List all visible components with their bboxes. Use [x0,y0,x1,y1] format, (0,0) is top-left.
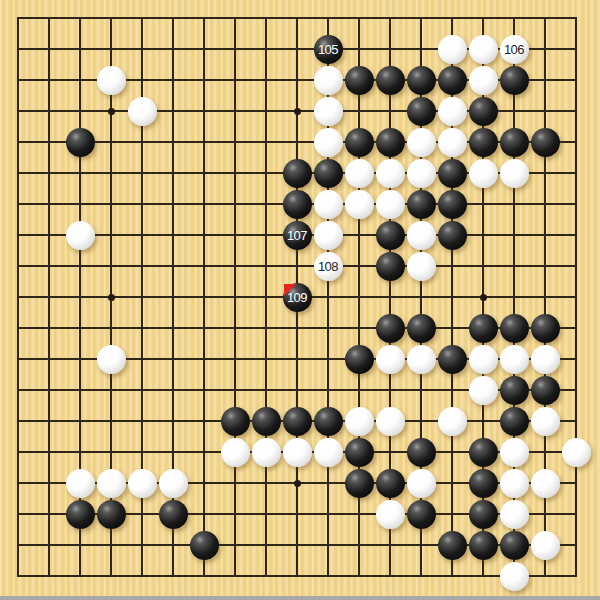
white-stone [252,438,281,467]
star-point [108,108,115,115]
black-stone [469,128,498,157]
white-stone [500,469,529,498]
white-stone [531,531,560,560]
white-stone [97,345,126,374]
black-stone [500,66,529,95]
white-stone [66,221,95,250]
white-stone [345,407,374,436]
white-stone [314,190,343,219]
black-stone [376,314,405,343]
white-stone [531,469,560,498]
white-stone [469,35,498,64]
move-number-label: 107 [287,229,307,242]
white-stone [438,407,467,436]
black-stone: 107 [283,221,312,250]
black-stone [97,500,126,529]
black-stone [407,314,436,343]
white-stone [438,35,467,64]
black-stone [438,221,467,250]
black-stone [283,190,312,219]
black-stone [66,500,95,529]
black-stone [407,190,436,219]
white-stone [314,66,343,95]
white-stone [500,562,529,591]
black-stone: 105 [314,35,343,64]
star-point [294,108,301,115]
white-stone [376,407,405,436]
black-stone [407,500,436,529]
white-stone [128,469,157,498]
black-stone [345,345,374,374]
black-stone [531,128,560,157]
grid-line-v [575,17,577,577]
white-stone [407,469,436,498]
black-stone [531,314,560,343]
white-stone [469,376,498,405]
black-stone [345,128,374,157]
white-stone [469,66,498,95]
white-stone [438,128,467,157]
white-stone: 108 [314,252,343,281]
black-stone [469,314,498,343]
black-stone [531,376,560,405]
white-stone [562,438,591,467]
black-stone [376,252,405,281]
black-stone [469,97,498,126]
black-stone [500,128,529,157]
star-point [108,294,115,301]
black-stone [376,66,405,95]
white-stone [407,345,436,374]
black-stone [438,159,467,188]
white-stone [407,159,436,188]
black-stone [66,128,95,157]
black-stone [314,159,343,188]
black-stone [345,469,374,498]
white-stone [500,159,529,188]
black-stone [376,469,405,498]
white-stone [376,159,405,188]
white-stone [376,500,405,529]
black-stone [252,407,281,436]
last-move-red-triangle [284,284,296,296]
move-number-label: 105 [318,43,338,56]
move-number-label: 106 [504,43,524,56]
go-board[interactable]: 105106107108109 [0,0,600,600]
white-stone [500,345,529,374]
white-stone [221,438,250,467]
black-stone [469,469,498,498]
black-stone [407,66,436,95]
white-stone [531,407,560,436]
white-stone [97,469,126,498]
black-stone [500,314,529,343]
black-stone [345,438,374,467]
black-stone [438,531,467,560]
white-stone: 106 [500,35,529,64]
black-stone [469,531,498,560]
white-stone [283,438,312,467]
white-stone [314,438,343,467]
black-stone [159,500,188,529]
white-stone [345,190,374,219]
white-stone [376,345,405,374]
black-stone [438,345,467,374]
black-stone [376,128,405,157]
white-stone [66,469,95,498]
white-stone [97,66,126,95]
star-point [480,294,487,301]
black-stone [345,66,374,95]
grid-line-h [17,575,577,577]
white-stone [345,159,374,188]
board-bottom-edge [0,596,600,600]
black-stone [407,438,436,467]
black-stone [283,407,312,436]
white-stone [407,252,436,281]
black-stone [469,500,498,529]
black-stone [376,221,405,250]
black-stone [438,190,467,219]
white-stone [438,97,467,126]
white-stone [500,500,529,529]
black-stone [190,531,219,560]
black-stone [438,66,467,95]
star-point [294,480,301,487]
black-stone [314,407,343,436]
white-stone [407,128,436,157]
black-stone [500,407,529,436]
white-stone [531,345,560,374]
black-stone [469,438,498,467]
white-stone [314,128,343,157]
white-stone [469,345,498,374]
black-stone [500,376,529,405]
black-stone [407,97,436,126]
move-number-label: 108 [318,260,338,273]
white-stone [500,438,529,467]
black-stone [500,531,529,560]
white-stone [128,97,157,126]
white-stone [469,159,498,188]
black-stone [221,407,250,436]
white-stone [314,221,343,250]
white-stone [407,221,436,250]
white-stone [376,190,405,219]
black-stone [283,159,312,188]
white-stone [314,97,343,126]
white-stone [159,469,188,498]
